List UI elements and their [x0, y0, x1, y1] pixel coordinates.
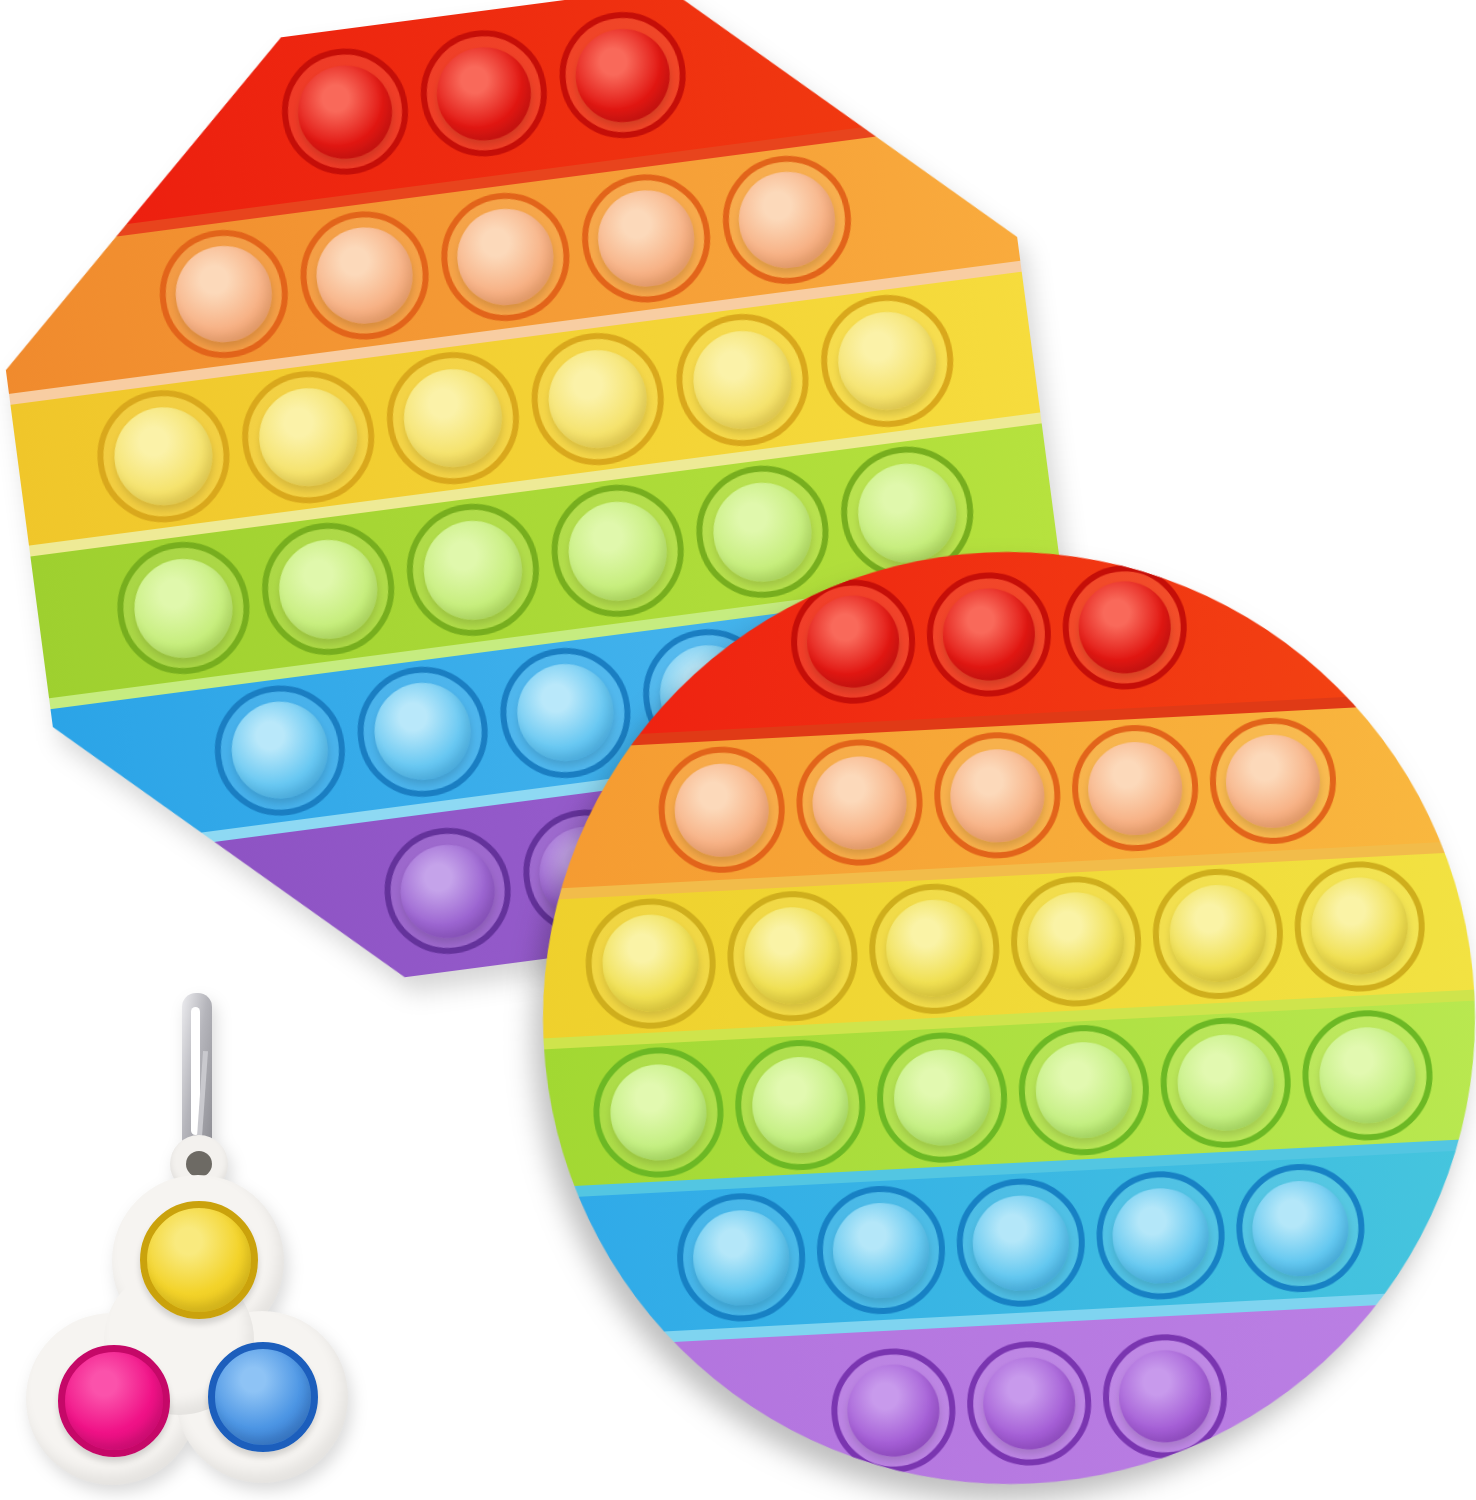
- octagon-popit-bubble-orange-4[interactable]: [574, 167, 718, 311]
- octagon-popit-dome-red-3: [570, 23, 675, 128]
- round-popit-dome-orange-3: [948, 747, 1046, 845]
- round-popit-bubble-red-2[interactable]: [924, 569, 1054, 699]
- octagon-popit-dome-green-1: [128, 553, 238, 663]
- octagon-popit-bubble-red-2[interactable]: [413, 23, 554, 164]
- round-popit-bubble-yellow-3[interactable]: [866, 880, 1003, 1017]
- keychain-button-pink[interactable]: [58, 1345, 170, 1457]
- round-popit-dome-green-2: [749, 1054, 851, 1156]
- octagon-popit-dome-orange-2: [311, 222, 418, 329]
- round-popit-bubble-purple-1[interactable]: [828, 1345, 958, 1475]
- octagon-popit-dome-blue-2: [368, 677, 477, 786]
- octagon-popit-bubble-red-3[interactable]: [552, 5, 693, 146]
- octagon-popit-bubble-green-1[interactable]: [109, 534, 257, 682]
- octagon-popit-dome-blue-1: [226, 696, 335, 805]
- round-popit-bubble-yellow-2[interactable]: [724, 888, 861, 1025]
- octagon-popit-bubble-yellow-1[interactable]: [89, 382, 237, 530]
- round-popit-bubble-orange-3[interactable]: [931, 729, 1063, 861]
- octagon-popit-dome-orange-5: [734, 167, 841, 274]
- round-popit-dome-yellow-4: [1025, 890, 1127, 992]
- round-popit: [519, 528, 1476, 1500]
- round-popit-bubble-orange-5[interactable]: [1207, 715, 1339, 847]
- octagon-popit-dome-orange-3: [452, 204, 559, 311]
- round-popit-bubble-blue-5[interactable]: [1233, 1161, 1368, 1296]
- round-popit-dome-green-3: [891, 1047, 993, 1149]
- round-popit-body: [519, 528, 1476, 1500]
- octagon-popit-bubble-purple-1[interactable]: [377, 821, 518, 962]
- dimple-keychain: [12, 985, 352, 1495]
- octagon-popit-dome-yellow-3: [398, 363, 508, 473]
- round-popit-bubble-blue-1[interactable]: [674, 1190, 809, 1325]
- product-photo-stage: [0, 0, 1476, 1500]
- round-popit-bubble-yellow-5[interactable]: [1150, 865, 1287, 1002]
- round-popit-dome-green-1: [608, 1062, 710, 1164]
- octagon-popit-bubble-blue-1[interactable]: [207, 677, 353, 823]
- round-popit-bubble-red-1[interactable]: [788, 576, 918, 706]
- octagon-popit-dome-red-1: [293, 60, 398, 165]
- round-popit-dome-blue-3: [971, 1193, 1071, 1293]
- round-popit-dome-yellow-6: [1309, 875, 1411, 977]
- octagon-popit-dome-red-2: [431, 41, 536, 146]
- round-popit-bubble-blue-2[interactable]: [814, 1183, 949, 1318]
- octagon-popit-dome-purple-1: [395, 839, 500, 944]
- round-popit-dome-orange-4: [1086, 739, 1184, 837]
- round-popit-dome-yellow-3: [883, 898, 985, 1000]
- round-popit-bubble-orange-1[interactable]: [656, 744, 788, 876]
- round-popit-dome-purple-2: [981, 1355, 1078, 1452]
- round-popit-bubble-green-1[interactable]: [590, 1044, 727, 1181]
- round-popit-bubble-green-6[interactable]: [1299, 1007, 1436, 1144]
- round-popit-dome-yellow-1: [600, 913, 702, 1015]
- round-popit-bubble-yellow-4[interactable]: [1008, 873, 1145, 1010]
- round-popit-bubble-green-3[interactable]: [874, 1029, 1011, 1166]
- round-popit-dome-blue-2: [831, 1200, 931, 1300]
- keychain-button-yellow[interactable]: [140, 1201, 258, 1319]
- round-popit-dome-orange-5: [1224, 732, 1322, 830]
- octagon-popit-bubble-yellow-4[interactable]: [524, 325, 672, 473]
- round-popit-bubble-orange-2[interactable]: [793, 737, 925, 869]
- round-popit-dome-purple-1: [845, 1362, 942, 1459]
- round-popit-bubble-green-2[interactable]: [732, 1037, 869, 1174]
- round-popit-dome-red-3: [1076, 579, 1173, 676]
- octagon-popit-dome-green-3: [418, 515, 528, 625]
- octagon-popit-bubble-yellow-6[interactable]: [813, 287, 961, 435]
- octagon-popit-bubble-green-2[interactable]: [254, 515, 402, 663]
- octagon-popit-dome-yellow-4: [543, 344, 653, 454]
- round-popit-bubble-orange-4[interactable]: [1069, 722, 1201, 854]
- round-popit-dome-orange-1: [673, 761, 771, 859]
- round-popit-bubble-purple-3[interactable]: [1100, 1331, 1230, 1461]
- round-popit-bubble-green-4[interactable]: [1016, 1022, 1153, 1159]
- round-popit-dome-orange-2: [810, 754, 908, 852]
- round-popit-dome-yellow-2: [742, 905, 844, 1007]
- round-popit-dome-blue-1: [691, 1208, 791, 1308]
- round-popit-bubble-purple-2[interactable]: [964, 1338, 1094, 1468]
- round-popit-dome-green-4: [1033, 1039, 1135, 1141]
- round-popit-dome-green-5: [1175, 1032, 1277, 1134]
- octagon-popit-dome-yellow-2: [253, 382, 363, 492]
- round-popit-dome-red-2: [941, 586, 1038, 683]
- keychain-strap-hole: [186, 1151, 212, 1177]
- round-popit-dome-green-6: [1317, 1025, 1419, 1127]
- octagon-popit-dome-orange-4: [593, 185, 700, 292]
- octagon-popit-bubble-yellow-3[interactable]: [379, 344, 527, 492]
- octagon-popit-bubble-red-1[interactable]: [274, 41, 415, 182]
- octagon-popit-dome-yellow-5: [687, 325, 797, 435]
- round-popit-bubble-blue-3[interactable]: [954, 1176, 1089, 1311]
- octagon-popit-bubble-yellow-2[interactable]: [234, 363, 382, 511]
- round-popit-bubble-green-5[interactable]: [1157, 1014, 1294, 1151]
- octagon-popit-dome-yellow-1: [108, 401, 218, 511]
- octagon-popit-bubble-yellow-5[interactable]: [668, 306, 816, 454]
- round-popit-bubble-yellow-1[interactable]: [582, 895, 719, 1032]
- keychain-button-blue[interactable]: [208, 1342, 318, 1452]
- round-popit-bubble-yellow-6[interactable]: [1291, 858, 1428, 995]
- octagon-popit-dome-orange-1: [170, 241, 277, 348]
- octagon-popit-bubble-blue-2[interactable]: [350, 659, 496, 805]
- round-popit-dome-yellow-5: [1167, 883, 1269, 985]
- octagon-popit-dome-yellow-6: [832, 306, 942, 416]
- round-popit-bubble-blue-4[interactable]: [1093, 1168, 1228, 1303]
- octagon-popit-bubble-orange-1[interactable]: [152, 222, 296, 366]
- round-popit-dome-blue-4: [1111, 1186, 1211, 1286]
- octagon-popit-bubble-orange-2[interactable]: [293, 204, 437, 348]
- round-popit-dome-red-1: [805, 593, 902, 690]
- round-popit-dome-purple-3: [1117, 1348, 1214, 1445]
- round-popit-bubble-red-3[interactable]: [1060, 562, 1190, 692]
- round-popit-dome-blue-5: [1250, 1178, 1350, 1278]
- octagon-popit-dome-green-6: [852, 458, 962, 568]
- octagon-popit-bubble-orange-5[interactable]: [715, 148, 859, 292]
- octagon-popit-dome-green-2: [273, 534, 383, 644]
- octagon-popit-bubble-orange-3[interactable]: [434, 185, 578, 329]
